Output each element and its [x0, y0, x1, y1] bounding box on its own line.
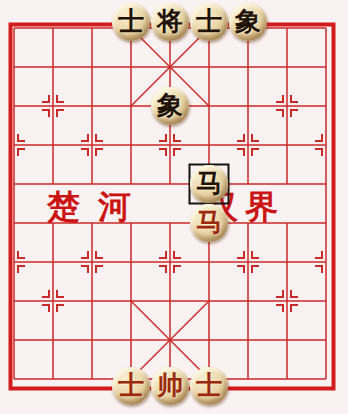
- piece-glyph: 象: [235, 9, 261, 35]
- square-e1: 帅: [151, 360, 190, 399]
- piece-glyph: 士: [196, 373, 222, 399]
- piece-glyph: 帅: [157, 373, 183, 399]
- piece-black-elephant-g10[interactable]: 象: [229, 3, 267, 41]
- square-e10: 将: [151, 9, 190, 48]
- square-f10: 士: [190, 9, 229, 48]
- square-f6: 马: [190, 165, 229, 204]
- piece-glyph: 马: [196, 171, 222, 197]
- piece-glyph: 士: [196, 9, 222, 35]
- piece-red-advisor-f1[interactable]: 士: [190, 367, 228, 405]
- piece-red-general-e1[interactable]: 帅: [151, 367, 189, 405]
- piece-layer: 士将士象象马马士帅士: [0, 9, 346, 399]
- piece-black-advisor-f10[interactable]: 士: [190, 3, 228, 41]
- square-e8: 象: [151, 87, 190, 126]
- square-f5: 马: [190, 204, 229, 243]
- piece-black-elephant-e8[interactable]: 象: [151, 87, 189, 125]
- square-g10: 象: [229, 9, 268, 48]
- piece-black-advisor-d10[interactable]: 士: [112, 3, 150, 41]
- xiangqi-board: 楚河 汉界 士将士象象马马士帅士: [0, 0, 348, 414]
- square-d10: 士: [112, 9, 151, 48]
- piece-glyph: 象: [157, 93, 183, 119]
- square-d1: 士: [112, 360, 151, 399]
- piece-glyph: 马: [196, 210, 222, 236]
- piece-glyph: 将: [157, 9, 183, 35]
- piece-glyph: 士: [118, 9, 144, 35]
- piece-glyph: 士: [118, 373, 144, 399]
- piece-black-horse-f6[interactable]: 马: [190, 165, 228, 203]
- square-f1: 士: [190, 360, 229, 399]
- piece-black-general-e10[interactable]: 将: [151, 3, 189, 41]
- piece-red-advisor-d1[interactable]: 士: [112, 367, 150, 405]
- piece-red-horse-f5[interactable]: 马: [190, 204, 228, 242]
